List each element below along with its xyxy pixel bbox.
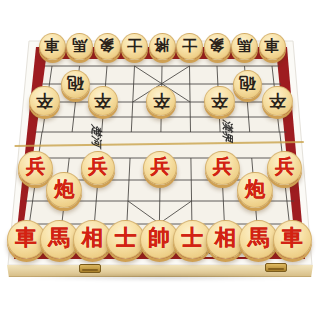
piece-red-soldier[interactable]: 兵 bbox=[267, 151, 302, 186]
pieces-layer: 車馬象士將士象馬車砲砲卒卒卒卒卒兵兵兵兵兵炮炮車馬相士帥士相馬車 bbox=[0, 0, 320, 320]
piece-black-cannon[interactable]: 砲 bbox=[233, 70, 262, 99]
piece-black-horse[interactable]: 馬 bbox=[231, 33, 258, 60]
xiangqi-set-photo: 工艺品有限公司 TEL: 0576-8315899 楚河 漢界 車馬象士將士象馬… bbox=[0, 0, 320, 320]
piece-black-soldier[interactable]: 卒 bbox=[262, 86, 292, 116]
piece-red-soldier[interactable]: 兵 bbox=[205, 151, 240, 186]
piece-black-soldier[interactable]: 卒 bbox=[29, 86, 59, 116]
piece-black-advisor[interactable]: 士 bbox=[176, 33, 203, 60]
piece-black-chariot[interactable]: 車 bbox=[39, 33, 66, 60]
piece-black-soldier[interactable]: 卒 bbox=[146, 86, 176, 116]
piece-red-soldier[interactable]: 兵 bbox=[81, 151, 116, 186]
piece-black-chariot[interactable]: 車 bbox=[259, 33, 286, 60]
piece-black-general[interactable]: 將 bbox=[149, 33, 176, 60]
piece-black-horse[interactable]: 馬 bbox=[66, 33, 93, 60]
piece-red-chariot[interactable]: 車 bbox=[273, 220, 312, 259]
piece-black-elephant[interactable]: 象 bbox=[204, 33, 231, 60]
piece-black-soldier[interactable]: 卒 bbox=[88, 86, 118, 116]
piece-red-cannon[interactable]: 炮 bbox=[46, 172, 82, 208]
piece-black-cannon[interactable]: 砲 bbox=[61, 70, 90, 99]
piece-black-advisor[interactable]: 士 bbox=[121, 33, 148, 60]
piece-red-soldier[interactable]: 兵 bbox=[143, 151, 178, 186]
piece-black-elephant[interactable]: 象 bbox=[94, 33, 121, 60]
piece-red-cannon[interactable]: 炮 bbox=[237, 172, 273, 208]
piece-black-soldier[interactable]: 卒 bbox=[204, 86, 234, 116]
